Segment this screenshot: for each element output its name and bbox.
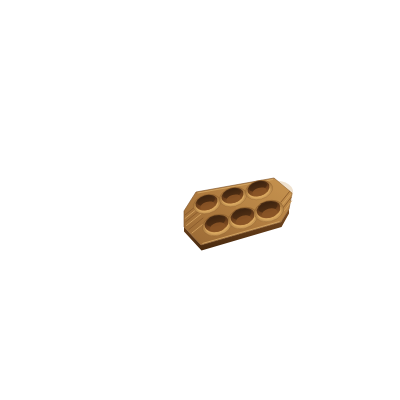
product-photo: Copper-colored six-cup muffin baking pan… [40, 16, 400, 400]
muffin-pan-photo [40, 16, 400, 400]
